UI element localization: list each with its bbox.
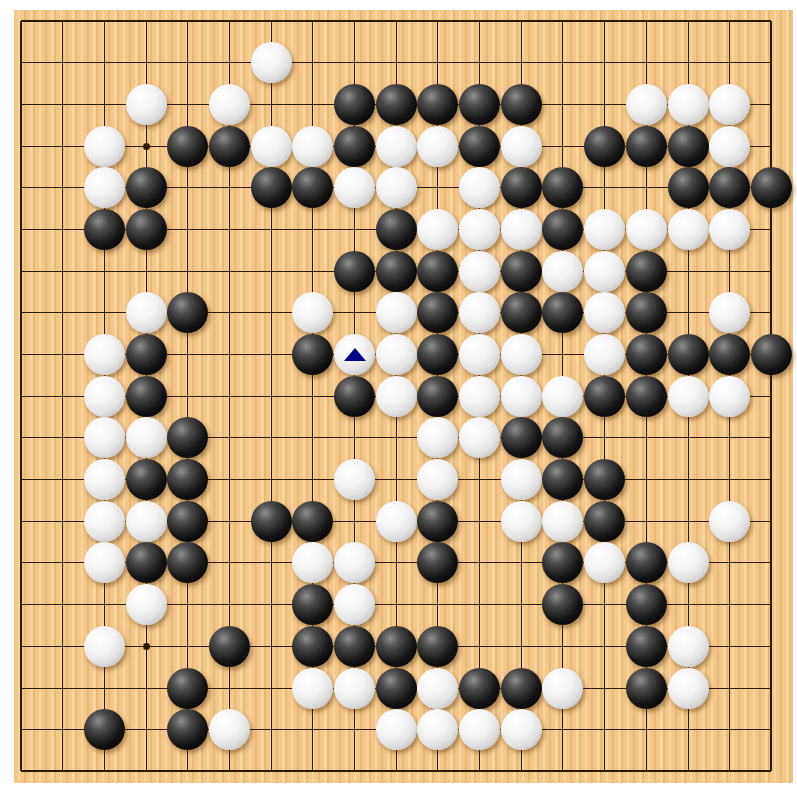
intersection-19-1[interactable] — [751, 0, 793, 42]
intersection-15-7[interactable] — [584, 250, 626, 292]
intersection-15-3[interactable] — [584, 84, 626, 126]
intersection-9-15[interactable] — [334, 584, 376, 626]
intersection-5-5[interactable] — [167, 167, 209, 209]
intersection-1-16[interactable] — [0, 626, 42, 668]
intersection-6-13[interactable] — [209, 500, 251, 542]
intersection-3-4[interactable] — [84, 125, 126, 167]
intersection-7-7[interactable] — [250, 250, 292, 292]
intersection-1-12[interactable] — [0, 459, 42, 501]
intersection-15-18[interactable] — [584, 709, 626, 751]
intersection-5-8[interactable] — [167, 292, 209, 334]
intersection-18-11[interactable] — [709, 417, 751, 459]
intersection-15-10[interactable] — [584, 375, 626, 417]
intersection-8-5[interactable] — [292, 167, 334, 209]
intersection-16-6[interactable] — [626, 209, 668, 251]
intersection-13-13[interactable] — [500, 500, 542, 542]
intersection-9-14[interactable] — [334, 542, 376, 584]
intersection-13-15[interactable] — [500, 584, 542, 626]
intersection-2-3[interactable] — [42, 84, 84, 126]
intersection-11-16[interactable] — [417, 626, 459, 668]
intersection-7-19[interactable] — [250, 751, 292, 788]
intersection-12-3[interactable] — [459, 84, 501, 126]
intersection-4-2[interactable] — [125, 42, 167, 84]
intersection-16-3[interactable] — [626, 84, 668, 126]
intersection-13-6[interactable] — [500, 209, 542, 251]
intersection-3-19[interactable] — [84, 751, 126, 788]
intersection-1-2[interactable] — [0, 42, 42, 84]
intersection-2-11[interactable] — [42, 417, 84, 459]
intersection-4-16[interactable] — [125, 626, 167, 668]
intersection-3-8[interactable] — [84, 292, 126, 334]
intersection-5-6[interactable] — [167, 209, 209, 251]
intersection-9-2[interactable] — [334, 42, 376, 84]
intersection-2-18[interactable] — [42, 709, 84, 751]
intersection-12-10[interactable] — [459, 375, 501, 417]
intersection-13-17[interactable] — [500, 667, 542, 709]
intersection-10-11[interactable] — [375, 417, 417, 459]
intersection-18-18[interactable] — [709, 709, 751, 751]
intersection-5-12[interactable] — [167, 459, 209, 501]
intersection-13-19[interactable] — [500, 751, 542, 788]
intersection-17-8[interactable] — [667, 292, 709, 334]
intersection-8-4[interactable] — [292, 125, 334, 167]
intersection-12-18[interactable] — [459, 709, 501, 751]
intersection-10-14[interactable] — [375, 542, 417, 584]
intersection-12-14[interactable] — [459, 542, 501, 584]
intersection-3-9[interactable] — [84, 334, 126, 376]
intersection-9-7[interactable] — [334, 250, 376, 292]
intersection-9-19[interactable] — [334, 751, 376, 788]
intersection-12-5[interactable] — [459, 167, 501, 209]
intersection-17-13[interactable] — [667, 500, 709, 542]
intersection-7-11[interactable] — [250, 417, 292, 459]
intersection-11-12[interactable] — [417, 459, 459, 501]
intersection-7-15[interactable] — [250, 584, 292, 626]
intersection-11-13[interactable] — [417, 500, 459, 542]
intersection-2-2[interactable] — [42, 42, 84, 84]
intersection-16-1[interactable] — [626, 0, 668, 42]
intersection-5-1[interactable] — [167, 0, 209, 42]
intersection-17-5[interactable] — [667, 167, 709, 209]
intersection-4-12[interactable] — [125, 459, 167, 501]
intersection-16-19[interactable] — [626, 751, 668, 788]
intersection-7-17[interactable] — [250, 667, 292, 709]
intersection-11-18[interactable] — [417, 709, 459, 751]
intersection-13-4[interactable] — [500, 125, 542, 167]
intersection-11-6[interactable] — [417, 209, 459, 251]
intersection-4-19[interactable] — [125, 751, 167, 788]
intersection-10-19[interactable] — [375, 751, 417, 788]
intersection-5-4[interactable] — [167, 125, 209, 167]
intersection-17-3[interactable] — [667, 84, 709, 126]
intersection-12-17[interactable] — [459, 667, 501, 709]
intersection-9-6[interactable] — [334, 209, 376, 251]
intersection-19-3[interactable] — [751, 84, 793, 126]
intersection-4-15[interactable] — [125, 584, 167, 626]
intersection-3-11[interactable] — [84, 417, 126, 459]
intersection-10-2[interactable] — [375, 42, 417, 84]
intersection-3-12[interactable] — [84, 459, 126, 501]
intersection-13-18[interactable] — [500, 709, 542, 751]
intersection-7-4[interactable] — [250, 125, 292, 167]
intersection-17-9[interactable] — [667, 334, 709, 376]
intersection-18-12[interactable] — [709, 459, 751, 501]
intersection-13-3[interactable] — [500, 84, 542, 126]
intersection-18-5[interactable] — [709, 167, 751, 209]
intersection-3-10[interactable] — [84, 375, 126, 417]
intersection-5-14[interactable] — [167, 542, 209, 584]
intersection-14-9[interactable] — [542, 334, 584, 376]
intersection-17-19[interactable] — [667, 751, 709, 788]
intersection-6-16[interactable] — [209, 626, 251, 668]
intersection-6-15[interactable] — [209, 584, 251, 626]
intersection-13-10[interactable] — [500, 375, 542, 417]
intersection-15-13[interactable] — [584, 500, 626, 542]
intersection-9-4[interactable] — [334, 125, 376, 167]
intersection-16-5[interactable] — [626, 167, 668, 209]
intersection-3-18[interactable] — [84, 709, 126, 751]
intersection-8-7[interactable] — [292, 250, 334, 292]
intersection-14-6[interactable] — [542, 209, 584, 251]
intersection-8-3[interactable] — [292, 84, 334, 126]
intersection-11-19[interactable] — [417, 751, 459, 788]
intersection-1-15[interactable] — [0, 584, 42, 626]
intersection-16-8[interactable] — [626, 292, 668, 334]
intersection-16-14[interactable] — [626, 542, 668, 584]
intersection-9-9[interactable] — [334, 334, 376, 376]
intersection-17-1[interactable] — [667, 0, 709, 42]
intersection-14-10[interactable] — [542, 375, 584, 417]
intersection-7-14[interactable] — [250, 542, 292, 584]
intersection-16-15[interactable] — [626, 584, 668, 626]
intersection-4-6[interactable] — [125, 209, 167, 251]
intersection-8-1[interactable] — [292, 0, 334, 42]
intersection-15-15[interactable] — [584, 584, 626, 626]
intersection-3-2[interactable] — [84, 42, 126, 84]
intersection-14-17[interactable] — [542, 667, 584, 709]
intersection-4-14[interactable] — [125, 542, 167, 584]
intersection-15-11[interactable] — [584, 417, 626, 459]
intersection-1-6[interactable] — [0, 209, 42, 251]
intersection-12-1[interactable] — [459, 0, 501, 42]
intersection-8-8[interactable] — [292, 292, 334, 334]
intersection-6-1[interactable] — [209, 0, 251, 42]
intersection-6-9[interactable] — [209, 334, 251, 376]
intersection-18-2[interactable] — [709, 42, 751, 84]
intersection-6-2[interactable] — [209, 42, 251, 84]
intersection-17-2[interactable] — [667, 42, 709, 84]
intersection-16-4[interactable] — [626, 125, 668, 167]
intersection-11-4[interactable] — [417, 125, 459, 167]
intersection-7-10[interactable] — [250, 375, 292, 417]
intersection-5-18[interactable] — [167, 709, 209, 751]
intersection-11-5[interactable] — [417, 167, 459, 209]
intersection-11-9[interactable] — [417, 334, 459, 376]
intersection-18-7[interactable] — [709, 250, 751, 292]
intersection-17-16[interactable] — [667, 626, 709, 668]
intersection-12-19[interactable] — [459, 751, 501, 788]
intersection-19-2[interactable] — [751, 42, 793, 84]
intersection-6-3[interactable] — [209, 84, 251, 126]
intersection-4-11[interactable] — [125, 417, 167, 459]
intersection-10-12[interactable] — [375, 459, 417, 501]
intersection-5-17[interactable] — [167, 667, 209, 709]
intersection-12-2[interactable] — [459, 42, 501, 84]
intersection-1-19[interactable] — [0, 751, 42, 788]
intersection-12-8[interactable] — [459, 292, 501, 334]
intersection-2-1[interactable] — [42, 0, 84, 42]
intersection-17-17[interactable] — [667, 667, 709, 709]
intersection-12-15[interactable] — [459, 584, 501, 626]
intersection-8-16[interactable] — [292, 626, 334, 668]
intersection-14-13[interactable] — [542, 500, 584, 542]
intersection-13-2[interactable] — [500, 42, 542, 84]
intersection-18-10[interactable] — [709, 375, 751, 417]
intersection-7-9[interactable] — [250, 334, 292, 376]
intersection-10-18[interactable] — [375, 709, 417, 751]
intersection-19-18[interactable] — [751, 709, 793, 751]
intersection-1-4[interactable] — [0, 125, 42, 167]
intersection-9-10[interactable] — [334, 375, 376, 417]
intersection-8-17[interactable] — [292, 667, 334, 709]
intersection-8-13[interactable] — [292, 500, 334, 542]
intersection-16-2[interactable] — [626, 42, 668, 84]
intersection-13-8[interactable] — [500, 292, 542, 334]
intersection-4-7[interactable] — [125, 250, 167, 292]
intersection-7-2[interactable] — [250, 42, 292, 84]
intersection-19-5[interactable] — [751, 167, 793, 209]
intersection-18-3[interactable] — [709, 84, 751, 126]
intersection-7-5[interactable] — [250, 167, 292, 209]
intersection-3-7[interactable] — [84, 250, 126, 292]
intersection-12-9[interactable] — [459, 334, 501, 376]
intersection-3-3[interactable] — [84, 84, 126, 126]
intersection-10-16[interactable] — [375, 626, 417, 668]
intersection-4-1[interactable] — [125, 0, 167, 42]
intersection-2-9[interactable] — [42, 334, 84, 376]
intersection-18-17[interactable] — [709, 667, 751, 709]
intersection-16-10[interactable] — [626, 375, 668, 417]
intersection-11-11[interactable] — [417, 417, 459, 459]
intersection-2-5[interactable] — [42, 167, 84, 209]
intersection-6-11[interactable] — [209, 417, 251, 459]
intersection-4-8[interactable] — [125, 292, 167, 334]
intersection-6-18[interactable] — [209, 709, 251, 751]
intersection-15-12[interactable] — [584, 459, 626, 501]
intersection-7-13[interactable] — [250, 500, 292, 542]
intersection-10-6[interactable] — [375, 209, 417, 251]
intersection-19-11[interactable] — [751, 417, 793, 459]
intersection-10-7[interactable] — [375, 250, 417, 292]
intersection-4-9[interactable] — [125, 334, 167, 376]
intersection-4-4[interactable] — [125, 125, 167, 167]
intersection-16-16[interactable] — [626, 626, 668, 668]
intersection-12-13[interactable] — [459, 500, 501, 542]
intersection-3-14[interactable] — [84, 542, 126, 584]
intersection-10-13[interactable] — [375, 500, 417, 542]
intersection-19-12[interactable] — [751, 459, 793, 501]
intersection-11-17[interactable] — [417, 667, 459, 709]
intersection-6-4[interactable] — [209, 125, 251, 167]
intersection-8-12[interactable] — [292, 459, 334, 501]
intersection-2-10[interactable] — [42, 375, 84, 417]
intersection-8-2[interactable] — [292, 42, 334, 84]
intersection-3-15[interactable] — [84, 584, 126, 626]
intersection-11-10[interactable] — [417, 375, 459, 417]
intersection-2-17[interactable] — [42, 667, 84, 709]
intersection-15-4[interactable] — [584, 125, 626, 167]
intersection-1-13[interactable] — [0, 500, 42, 542]
intersection-16-12[interactable] — [626, 459, 668, 501]
intersection-2-8[interactable] — [42, 292, 84, 334]
intersection-2-14[interactable] — [42, 542, 84, 584]
intersection-10-4[interactable] — [375, 125, 417, 167]
intersection-5-15[interactable] — [167, 584, 209, 626]
intersection-1-10[interactable] — [0, 375, 42, 417]
intersection-11-15[interactable] — [417, 584, 459, 626]
intersection-18-4[interactable] — [709, 125, 751, 167]
intersection-17-15[interactable] — [667, 584, 709, 626]
intersection-7-3[interactable] — [250, 84, 292, 126]
intersection-1-8[interactable] — [0, 292, 42, 334]
intersection-12-11[interactable] — [459, 417, 501, 459]
intersection-14-14[interactable] — [542, 542, 584, 584]
intersection-6-14[interactable] — [209, 542, 251, 584]
intersection-9-3[interactable] — [334, 84, 376, 126]
intersection-13-5[interactable] — [500, 167, 542, 209]
intersection-1-5[interactable] — [0, 167, 42, 209]
intersection-1-17[interactable] — [0, 667, 42, 709]
intersection-8-9[interactable] — [292, 334, 334, 376]
intersection-2-15[interactable] — [42, 584, 84, 626]
intersection-7-12[interactable] — [250, 459, 292, 501]
intersection-1-11[interactable] — [0, 417, 42, 459]
intersection-16-9[interactable] — [626, 334, 668, 376]
intersection-5-3[interactable] — [167, 84, 209, 126]
intersection-13-14[interactable] — [500, 542, 542, 584]
intersection-10-3[interactable] — [375, 84, 417, 126]
intersection-3-17[interactable] — [84, 667, 126, 709]
intersection-7-18[interactable] — [250, 709, 292, 751]
intersection-19-7[interactable] — [751, 250, 793, 292]
intersection-16-7[interactable] — [626, 250, 668, 292]
intersection-8-6[interactable] — [292, 209, 334, 251]
intersection-19-13[interactable] — [751, 500, 793, 542]
intersection-10-8[interactable] — [375, 292, 417, 334]
intersection-17-12[interactable] — [667, 459, 709, 501]
intersection-9-12[interactable] — [334, 459, 376, 501]
intersection-1-3[interactable] — [0, 84, 42, 126]
intersection-17-14[interactable] — [667, 542, 709, 584]
intersection-1-14[interactable] — [0, 542, 42, 584]
intersection-9-13[interactable] — [334, 500, 376, 542]
intersection-11-7[interactable] — [417, 250, 459, 292]
intersection-9-11[interactable] — [334, 417, 376, 459]
intersection-17-10[interactable] — [667, 375, 709, 417]
intersection-14-4[interactable] — [542, 125, 584, 167]
intersection-18-1[interactable] — [709, 0, 751, 42]
intersection-14-2[interactable] — [542, 42, 584, 84]
intersection-19-14[interactable] — [751, 542, 793, 584]
intersection-5-2[interactable] — [167, 42, 209, 84]
intersection-12-4[interactable] — [459, 125, 501, 167]
intersection-17-4[interactable] — [667, 125, 709, 167]
intersection-7-6[interactable] — [250, 209, 292, 251]
intersection-1-9[interactable] — [0, 334, 42, 376]
intersection-1-7[interactable] — [0, 250, 42, 292]
intersection-16-17[interactable] — [626, 667, 668, 709]
intersection-3-13[interactable] — [84, 500, 126, 542]
intersection-10-5[interactable] — [375, 167, 417, 209]
intersection-9-18[interactable] — [334, 709, 376, 751]
intersection-10-1[interactable] — [375, 0, 417, 42]
intersection-9-16[interactable] — [334, 626, 376, 668]
intersection-5-19[interactable] — [167, 751, 209, 788]
intersection-15-16[interactable] — [584, 626, 626, 668]
intersection-18-13[interactable] — [709, 500, 751, 542]
intersection-7-1[interactable] — [250, 0, 292, 42]
intersection-19-4[interactable] — [751, 125, 793, 167]
intersection-14-1[interactable] — [542, 0, 584, 42]
intersection-18-9[interactable] — [709, 334, 751, 376]
intersection-4-17[interactable] — [125, 667, 167, 709]
intersection-4-5[interactable] — [125, 167, 167, 209]
intersection-13-9[interactable] — [500, 334, 542, 376]
intersection-9-5[interactable] — [334, 167, 376, 209]
intersection-11-3[interactable] — [417, 84, 459, 126]
intersection-9-17[interactable] — [334, 667, 376, 709]
intersection-14-5[interactable] — [542, 167, 584, 209]
intersection-5-7[interactable] — [167, 250, 209, 292]
intersection-2-19[interactable] — [42, 751, 84, 788]
intersection-15-6[interactable] — [584, 209, 626, 251]
intersection-17-11[interactable] — [667, 417, 709, 459]
intersection-15-5[interactable] — [584, 167, 626, 209]
intersection-19-19[interactable] — [751, 751, 793, 788]
intersection-15-9[interactable] — [584, 334, 626, 376]
intersection-3-6[interactable] — [84, 209, 126, 251]
intersection-5-16[interactable] — [167, 626, 209, 668]
intersection-15-8[interactable] — [584, 292, 626, 334]
intersection-14-7[interactable] — [542, 250, 584, 292]
intersection-16-18[interactable] — [626, 709, 668, 751]
intersection-2-4[interactable] — [42, 125, 84, 167]
intersection-8-15[interactable] — [292, 584, 334, 626]
intersection-12-6[interactable] — [459, 209, 501, 251]
intersection-6-6[interactable] — [209, 209, 251, 251]
intersection-15-1[interactable] — [584, 0, 626, 42]
intersection-13-12[interactable] — [500, 459, 542, 501]
intersection-14-19[interactable] — [542, 751, 584, 788]
intersection-2-12[interactable] — [42, 459, 84, 501]
intersection-15-14[interactable] — [584, 542, 626, 584]
intersection-6-5[interactable] — [209, 167, 251, 209]
intersection-19-10[interactable] — [751, 375, 793, 417]
intersection-14-18[interactable] — [542, 709, 584, 751]
intersection-6-8[interactable] — [209, 292, 251, 334]
intersection-18-19[interactable] — [709, 751, 751, 788]
intersection-4-10[interactable] — [125, 375, 167, 417]
intersection-4-3[interactable] — [125, 84, 167, 126]
intersection-11-8[interactable] — [417, 292, 459, 334]
intersection-3-16[interactable] — [84, 626, 126, 668]
intersection-9-1[interactable] — [334, 0, 376, 42]
intersection-18-15[interactable] — [709, 584, 751, 626]
intersection-5-9[interactable] — [167, 334, 209, 376]
intersection-15-17[interactable] — [584, 667, 626, 709]
intersection-6-10[interactable] — [209, 375, 251, 417]
intersection-6-7[interactable] — [209, 250, 251, 292]
